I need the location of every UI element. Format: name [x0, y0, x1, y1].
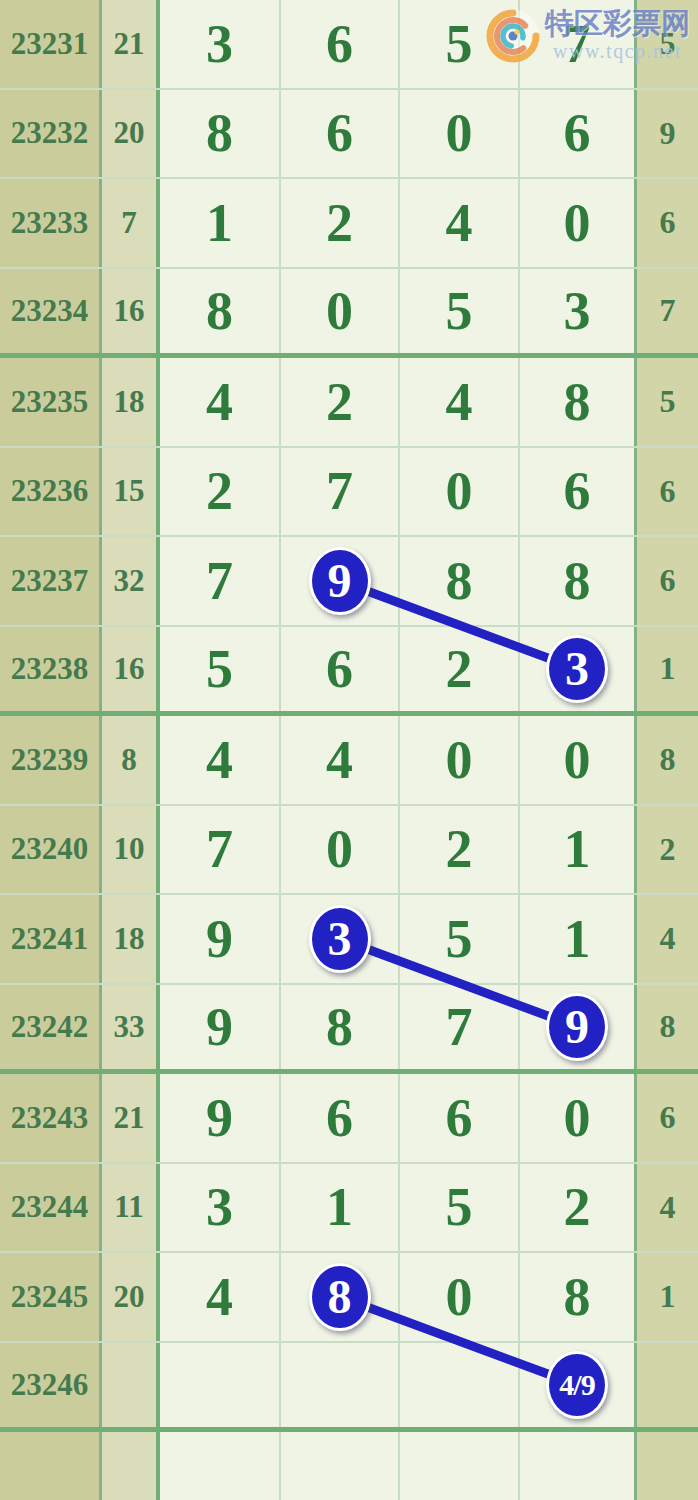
tail-cell: 8 [637, 985, 698, 1070]
digit-cell: 9 [160, 985, 281, 1070]
period-cell: 23241 [0, 895, 102, 983]
period-cell: 23240 [0, 806, 102, 894]
period-cell: 23242 [0, 985, 102, 1070]
sum-cell: 21 [102, 0, 160, 88]
digit-cell: 3 [281, 895, 400, 983]
sum-cell: 20 [102, 1253, 160, 1341]
digit-cell [400, 1343, 520, 1428]
period-cell: 23234 [0, 269, 102, 354]
table-row: 232423398798 [0, 985, 698, 1075]
digit-cell: 5 [400, 269, 520, 354]
tail-cell: 6 [637, 537, 698, 625]
period-cell: 23243 [0, 1074, 102, 1162]
sum-cell: 11 [102, 1164, 160, 1252]
trend-mark: 9 [309, 547, 371, 615]
table-row: 232351842485 [0, 358, 698, 448]
sum-cell: 21 [102, 1074, 160, 1162]
tail-cell: 6 [637, 179, 698, 267]
trend-table: 2323121365752323220860692323371240623234… [0, 0, 698, 1500]
sum-cell: 7 [102, 179, 160, 267]
tail-cell: 1 [637, 627, 698, 712]
period-cell: 23239 [0, 716, 102, 804]
table-row: 232381656231 [0, 627, 698, 717]
digit-cell: 2 [400, 627, 520, 712]
trend-mark-label: 8 [328, 1273, 352, 1321]
digit-cell: 3 [520, 269, 637, 354]
period-cell: 23245 [0, 1253, 102, 1341]
period-cell: 23232 [0, 90, 102, 178]
digit-cell: 8 [400, 537, 520, 625]
digit-cell: 6 [520, 90, 637, 178]
site-logo[interactable]: 特区彩票网 www.tqcp.net [486, 8, 690, 64]
digit-cell: 1 [520, 895, 637, 983]
digit-cell: 5 [160, 627, 281, 712]
sum-cell: 16 [102, 269, 160, 354]
period-cell: 23231 [0, 0, 102, 88]
sum-cell: 20 [102, 90, 160, 178]
sum-cell: 32 [102, 537, 160, 625]
digit-cell: 2 [281, 179, 400, 267]
tail-cell: 9 [637, 90, 698, 178]
digit-cell: 6 [281, 1074, 400, 1162]
period-cell [0, 1432, 102, 1500]
digit-cell: 8 [520, 537, 637, 625]
sum-cell: 18 [102, 895, 160, 983]
digit-cell: 9 [520, 985, 637, 1070]
trend-mark: 8 [309, 1263, 371, 1331]
digit-cell: 4 [160, 716, 281, 804]
trend-mark-label: 3 [565, 645, 589, 693]
digit-cell [160, 1343, 281, 1428]
digit-cell: 2 [400, 806, 520, 894]
digit-cell: 0 [281, 269, 400, 354]
digit-cell: 0 [520, 716, 637, 804]
period-cell: 23237 [0, 537, 102, 625]
sum-cell: 33 [102, 985, 160, 1070]
lottery-trend-chart: 2323121365752323220860692323371240623234… [0, 0, 698, 1500]
tail-cell: 7 [637, 269, 698, 354]
digit-cell: 9 [281, 537, 400, 625]
digit-cell: 8 [520, 1253, 637, 1341]
table-row: 232432196606 [0, 1074, 698, 1164]
digit-cell: 4 [160, 1253, 281, 1341]
digit-cell: 7 [160, 537, 281, 625]
digit-cell: 0 [400, 716, 520, 804]
digit-cell: 0 [400, 1253, 520, 1341]
table-row: 232452048081 [0, 1253, 698, 1343]
trend-mark: 3 [546, 635, 608, 703]
digit-cell: 2 [160, 448, 281, 536]
table-row-partial [0, 1432, 698, 1500]
table-row: 232322086069 [0, 90, 698, 180]
digit-cell: 0 [520, 1074, 637, 1162]
digit-cell: 3 [160, 1164, 281, 1252]
trend-mark-label: 9 [328, 557, 352, 605]
tail-cell: 4 [637, 895, 698, 983]
period-cell: 23244 [0, 1164, 102, 1252]
logo-site-name: 特区彩票网 [545, 8, 690, 40]
tail-cell: 6 [637, 1074, 698, 1162]
trend-mark: 4/9 [546, 1351, 608, 1419]
digit-cell [160, 1432, 281, 1500]
digit-cell: 4 [160, 358, 281, 446]
digit-cell: 2 [281, 358, 400, 446]
digit-cell: 0 [400, 448, 520, 536]
digit-cell: 7 [400, 985, 520, 1070]
table-row: 23233712406 [0, 179, 698, 269]
sum-cell: 8 [102, 716, 160, 804]
digit-cell [400, 1432, 520, 1500]
sum-cell [102, 1432, 160, 1500]
tail-cell: 1 [637, 1253, 698, 1341]
table-row: 232464/9 [0, 1343, 698, 1433]
trend-mark: 9 [546, 993, 608, 1061]
period-cell: 23236 [0, 448, 102, 536]
period-cell: 23233 [0, 179, 102, 267]
digit-cell: 6 [400, 1074, 520, 1162]
digit-cell: 2 [520, 1164, 637, 1252]
digit-cell: 4 [400, 358, 520, 446]
table-row: 232401070212 [0, 806, 698, 896]
digit-cell: 5 [400, 1164, 520, 1252]
digit-cell: 1 [160, 179, 281, 267]
tail-cell: 4 [637, 1164, 698, 1252]
period-cell: 23235 [0, 358, 102, 446]
sum-cell: 16 [102, 627, 160, 712]
tail-cell [637, 1343, 698, 1428]
tail-cell: 8 [637, 716, 698, 804]
digit-cell: 3 [160, 0, 281, 88]
table-row: 23239844008 [0, 716, 698, 806]
logo-site-url: www.tqcp.net [545, 40, 690, 63]
digit-cell: 1 [281, 1164, 400, 1252]
trend-mark-label: 3 [328, 915, 352, 963]
digit-cell: 7 [160, 806, 281, 894]
digit-cell: 6 [520, 448, 637, 536]
digit-cell: 8 [520, 358, 637, 446]
sum-cell: 15 [102, 448, 160, 536]
digit-cell: 8 [281, 1253, 400, 1341]
digit-cell: 9 [160, 895, 281, 983]
period-cell: 23238 [0, 627, 102, 712]
logo-text-block: 特区彩票网 www.tqcp.net [545, 8, 690, 63]
digit-cell: 4/9 [520, 1343, 637, 1428]
digit-cell: 6 [281, 0, 400, 88]
digit-cell: 0 [400, 90, 520, 178]
digit-cell: 9 [160, 1074, 281, 1162]
trend-mark-label: 9 [565, 1003, 589, 1051]
period-cell: 23246 [0, 1343, 102, 1428]
digit-cell: 3 [520, 627, 637, 712]
digit-cell: 0 [281, 806, 400, 894]
sum-cell: 18 [102, 358, 160, 446]
swirl-spiral-icon [486, 8, 540, 64]
tail-cell: 2 [637, 806, 698, 894]
digit-cell [520, 1432, 637, 1500]
digit-cell: 8 [160, 90, 281, 178]
table-row: 232411893514 [0, 895, 698, 985]
table-row: 232441131524 [0, 1164, 698, 1254]
digit-cell: 5 [400, 895, 520, 983]
digit-cell: 7 [281, 448, 400, 536]
tail-cell: 6 [637, 448, 698, 536]
trend-mark-label: 4/9 [559, 1370, 594, 1400]
table-row: 232341680537 [0, 269, 698, 359]
digit-cell: 1 [520, 806, 637, 894]
tail-cell: 5 [637, 358, 698, 446]
digit-cell [281, 1432, 400, 1500]
digit-cell: 4 [281, 716, 400, 804]
digit-cell: 6 [281, 627, 400, 712]
digit-cell: 8 [160, 269, 281, 354]
digit-cell: 6 [281, 90, 400, 178]
sum-cell [102, 1343, 160, 1428]
table-row: 232373279886 [0, 537, 698, 627]
trend-mark: 3 [309, 905, 371, 973]
digit-cell: 8 [281, 985, 400, 1070]
table-row: 232361527066 [0, 448, 698, 538]
digit-cell: 4 [400, 179, 520, 267]
digit-cell [281, 1343, 400, 1428]
sum-cell: 10 [102, 806, 160, 894]
digit-cell: 0 [520, 179, 637, 267]
tail-cell [637, 1432, 698, 1500]
